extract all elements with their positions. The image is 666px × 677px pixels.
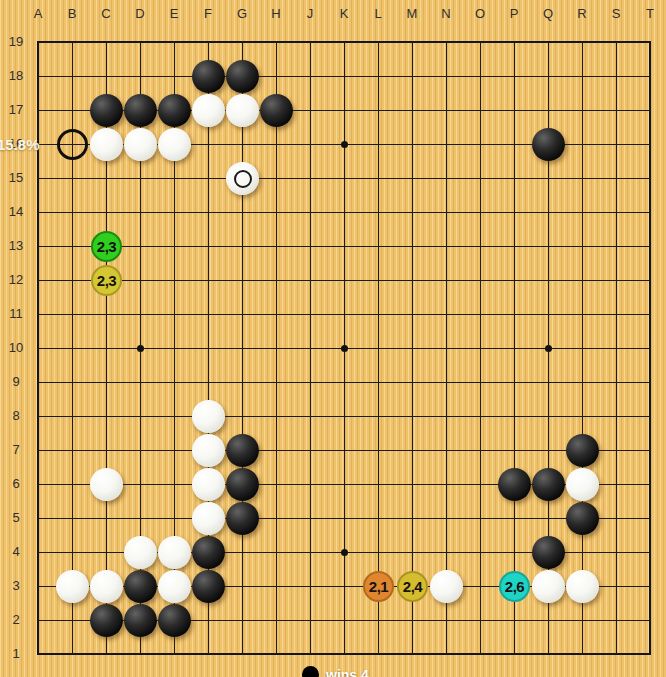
- col-label-k: K: [327, 6, 361, 21]
- black-stone-h17[interactable]: [260, 94, 293, 127]
- status-legend: wins 4: [302, 666, 369, 677]
- row-label-3: 3: [0, 578, 32, 593]
- row-label-7: 7: [0, 442, 32, 457]
- candidate-move-p3[interactable]: 2,6: [499, 571, 530, 602]
- white-stone-d4[interactable]: [124, 536, 157, 569]
- black-stone-d2[interactable]: [124, 604, 157, 637]
- row-label-18: 18: [0, 68, 32, 83]
- grid-line-h-8: [38, 416, 650, 417]
- empty-circle-marker-b16[interactable]: [57, 129, 88, 160]
- row-label-19: 19: [0, 34, 32, 49]
- status-legend-text: wins 4: [326, 667, 369, 677]
- row-label-6: 6: [0, 476, 32, 491]
- grid-line-v-p: [514, 42, 515, 654]
- star-point-d10: [137, 345, 144, 352]
- candidate-move-c13[interactable]: 2,3: [91, 231, 122, 262]
- row-label-4: 4: [0, 544, 32, 559]
- col-label-n: N: [429, 6, 463, 21]
- black-stone-f3[interactable]: [192, 570, 225, 603]
- white-stone-r3[interactable]: [566, 570, 599, 603]
- col-label-o: O: [463, 6, 497, 21]
- star-point-k4: [341, 549, 348, 556]
- black-stone-g5[interactable]: [226, 502, 259, 535]
- black-stone-c2[interactable]: [90, 604, 123, 637]
- row-label-10: 10: [0, 340, 32, 355]
- go-board[interactable]: 15.8% wins 4 ABCDEFGHJKLMNOPQRST19181716…: [0, 0, 666, 677]
- winrate-label: 15.8%: [0, 136, 40, 153]
- black-stone-q16[interactable]: [532, 128, 565, 161]
- col-label-a: A: [21, 6, 55, 21]
- black-stone-c17[interactable]: [90, 94, 123, 127]
- grid-line-h-9: [38, 382, 650, 383]
- row-label-13: 13: [0, 238, 32, 253]
- white-stone-c16[interactable]: [90, 128, 123, 161]
- candidate-move-c12[interactable]: 2,3: [91, 265, 122, 296]
- last-move-circle-marker: [234, 170, 252, 188]
- col-label-b: B: [55, 6, 89, 21]
- white-stone-b3[interactable]: [56, 570, 89, 603]
- col-label-q: Q: [531, 6, 565, 21]
- black-stone-d3[interactable]: [124, 570, 157, 603]
- white-stone-c6[interactable]: [90, 468, 123, 501]
- row-label-1: 1: [0, 646, 32, 661]
- col-label-t: T: [633, 6, 666, 21]
- grid-line-v-m: [412, 42, 413, 654]
- white-stone-e4[interactable]: [158, 536, 191, 569]
- black-stone-e2[interactable]: [158, 604, 191, 637]
- grid-line-h-7: [38, 450, 650, 451]
- col-label-f: F: [191, 6, 225, 21]
- grid-line-v-l: [378, 42, 379, 654]
- black-stone-p6[interactable]: [498, 468, 531, 501]
- white-stone-c3[interactable]: [90, 570, 123, 603]
- candidate-move-m3[interactable]: 2,4: [397, 571, 428, 602]
- white-stone-f5[interactable]: [192, 502, 225, 535]
- white-stone-r6[interactable]: [566, 468, 599, 501]
- row-label-12: 12: [0, 272, 32, 287]
- col-label-h: H: [259, 6, 293, 21]
- row-label-17: 17: [0, 102, 32, 117]
- col-label-c: C: [89, 6, 123, 21]
- col-label-g: G: [225, 6, 259, 21]
- star-point-k16: [341, 141, 348, 148]
- black-stone-q4[interactable]: [532, 536, 565, 569]
- black-stone-q6[interactable]: [532, 468, 565, 501]
- col-label-e: E: [157, 6, 191, 21]
- col-label-l: L: [361, 6, 395, 21]
- grid-line-v-s: [616, 42, 617, 654]
- grid-line-v-o: [480, 42, 481, 654]
- white-stone-g15[interactable]: [226, 162, 259, 195]
- white-stone-e16[interactable]: [158, 128, 191, 161]
- row-label-11: 11: [0, 306, 32, 321]
- white-stone-e3[interactable]: [158, 570, 191, 603]
- black-stone-r5[interactable]: [566, 502, 599, 535]
- col-label-r: R: [565, 6, 599, 21]
- white-stone-f8[interactable]: [192, 400, 225, 433]
- row-label-2: 2: [0, 612, 32, 627]
- row-label-14: 14: [0, 204, 32, 219]
- grid-line-v-r: [582, 42, 583, 654]
- grid-line-h-5: [38, 518, 650, 519]
- black-stone-icon: [302, 666, 319, 677]
- white-stone-g17[interactable]: [226, 94, 259, 127]
- black-stone-g6[interactable]: [226, 468, 259, 501]
- col-label-p: P: [497, 6, 531, 21]
- row-label-5: 5: [0, 510, 32, 525]
- black-stone-g18[interactable]: [226, 60, 259, 93]
- col-label-m: M: [395, 6, 429, 21]
- white-stone-q3[interactable]: [532, 570, 565, 603]
- black-stone-r7[interactable]: [566, 434, 599, 467]
- grid-line-v-n: [446, 42, 447, 654]
- row-label-9: 9: [0, 374, 32, 389]
- candidate-move-l3[interactable]: 2,1: [363, 571, 394, 602]
- white-stone-d16[interactable]: [124, 128, 157, 161]
- col-label-s: S: [599, 6, 633, 21]
- row-label-8: 8: [0, 408, 32, 423]
- white-stone-f17[interactable]: [192, 94, 225, 127]
- col-label-j: J: [293, 6, 327, 21]
- white-stone-f7[interactable]: [192, 434, 225, 467]
- black-stone-f4[interactable]: [192, 536, 225, 569]
- row-label-15: 15: [0, 170, 32, 185]
- star-point-q10: [545, 345, 552, 352]
- star-point-k10: [341, 345, 348, 352]
- col-label-d: D: [123, 6, 157, 21]
- black-stone-g7[interactable]: [226, 434, 259, 467]
- black-stone-e17[interactable]: [158, 94, 191, 127]
- white-stone-f6[interactable]: [192, 468, 225, 501]
- white-stone-n3[interactable]: [430, 570, 463, 603]
- black-stone-d17[interactable]: [124, 94, 157, 127]
- black-stone-f18[interactable]: [192, 60, 225, 93]
